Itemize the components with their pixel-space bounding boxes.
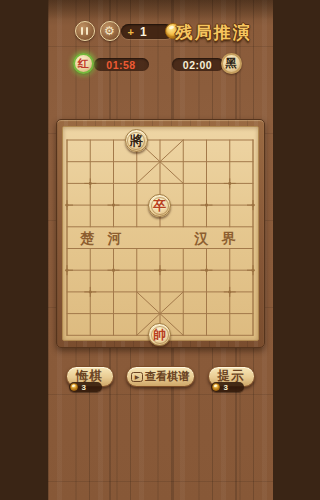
piece-glyph: 帥 bbox=[153, 328, 166, 341]
view-record-button[interactable]: ▶ 查看棋谱 bbox=[126, 366, 195, 387]
piece-glyph: 卒 bbox=[153, 199, 166, 212]
red-player-avatar: 红 bbox=[73, 53, 94, 74]
red-player-clock: 01:58 bbox=[94, 58, 149, 71]
coin-balance-pill[interactable]: + 1 bbox=[121, 24, 173, 39]
hint-cost-value: 3 bbox=[224, 383, 228, 392]
piece-帥-red[interactable]: 帥 bbox=[148, 323, 171, 346]
piece-glyph: 將 bbox=[130, 134, 143, 147]
pause-button[interactable] bbox=[75, 21, 95, 41]
undo-cost-badge: 3 bbox=[69, 382, 102, 392]
black-player-clock: 02:00 bbox=[172, 58, 224, 71]
play-video-icon: ▶ bbox=[131, 372, 143, 382]
add-coins-label[interactable]: + bbox=[128, 26, 134, 38]
xiangqi-app-screen: ⚙ + 1 残局推演 红 01:58 02:00 黑 楚 河 汉 界 將卒帥 悔… bbox=[48, 0, 273, 500]
page-title: 残局推演 bbox=[176, 21, 270, 44]
coin-icon bbox=[70, 383, 78, 391]
gear-icon: ⚙ bbox=[104, 25, 115, 37]
piece-卒-red[interactable]: 卒 bbox=[148, 194, 171, 217]
hint-button[interactable]: 提示 3 bbox=[208, 366, 255, 387]
black-player-avatar: 黑 bbox=[221, 53, 242, 74]
pieces-layer: 將卒帥 bbox=[55, 129, 264, 346]
view-record-label: 查看棋谱 bbox=[145, 369, 189, 384]
undo-move-button[interactable]: 悔棋 3 bbox=[66, 366, 114, 387]
hint-cost-badge: 3 bbox=[211, 382, 244, 392]
coin-count: 1 bbox=[140, 25, 147, 39]
undo-cost-value: 3 bbox=[82, 383, 86, 392]
coin-icon bbox=[212, 383, 220, 391]
pause-icon bbox=[81, 27, 89, 35]
piece-將-black[interactable]: 將 bbox=[125, 129, 148, 152]
settings-button[interactable]: ⚙ bbox=[100, 21, 120, 41]
